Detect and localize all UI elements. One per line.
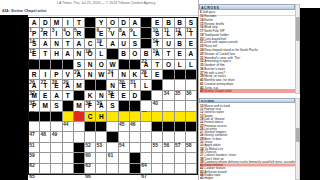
grid-cell-r4c12[interactable]: A xyxy=(152,49,163,59)
grid-cell-r15c13[interactable] xyxy=(163,164,174,174)
across-scrollbar[interactable] xyxy=(295,4,300,94)
grid-cell-r15c3[interactable] xyxy=(51,164,62,174)
cell-number: 53 xyxy=(96,133,106,139)
grid-cell-r1c7[interactable]: 6Y xyxy=(96,18,107,28)
cell-number: 59 xyxy=(29,143,39,149)
cell-number: 41 xyxy=(29,101,39,107)
grid-cell-r11c10[interactable] xyxy=(130,122,141,132)
grid-cell-r13c3[interactable] xyxy=(51,143,62,153)
grid-cell-r15c12[interactable] xyxy=(152,164,163,174)
grid-cell-r9c7[interactable]: A xyxy=(96,101,107,111)
grid-cell-r7c14[interactable]: 35 xyxy=(175,80,186,90)
grid-cell-r14c11[interactable]: 64 xyxy=(141,153,152,163)
puzzle-title-text: LA Times, Thu, Jul 25, 2024 — © 2024 Tri… xyxy=(57,1,207,5)
grid-cell-r11c1[interactable]: 47 xyxy=(29,122,40,132)
grid-cell-r3c6[interactable]: 18C xyxy=(85,39,96,49)
grid-cell-r15c8[interactable] xyxy=(107,164,118,174)
grid-cell-r4c13[interactable]: T xyxy=(163,49,174,59)
grid-cell-r7c9[interactable]: E xyxy=(119,80,130,90)
across-scrollbar-thumb[interactable] xyxy=(296,17,299,41)
grid-cell-r7c10[interactable]: I xyxy=(130,80,141,90)
cell-letter: A xyxy=(65,81,70,89)
grid-cell-r7c5[interactable]: M xyxy=(74,80,85,90)
grid-cell-r13c12[interactable] xyxy=(152,143,163,153)
grid-cell-r9c1[interactable]: 41P xyxy=(29,101,40,111)
grid-cell-r8c12[interactable]: 40 xyxy=(152,91,163,101)
across-list-header: ACROSS xyxy=(199,4,295,10)
grid-cell-r4c14[interactable]: E xyxy=(175,49,186,59)
grid-cell-r10c10[interactable]: 46 xyxy=(130,112,141,122)
grid-cell-r1c3[interactable]: 3M xyxy=(51,18,62,28)
cell-letter: L xyxy=(189,60,193,68)
black-square xyxy=(74,153,85,163)
grid-cell-r2c13[interactable]: L xyxy=(163,28,174,38)
grid-cell-r4c10[interactable]: O xyxy=(130,49,141,59)
black-square xyxy=(29,60,40,70)
grid-cell-r15c7[interactable] xyxy=(96,164,107,174)
grid-cell-r1c14[interactable]: 12B xyxy=(175,18,186,28)
grid-cell-r12c13[interactable]: 56 xyxy=(163,132,174,142)
cell-number: 28 xyxy=(52,70,62,76)
grid-cell-r4c15[interactable]: A xyxy=(186,49,197,59)
cell-letter: R xyxy=(43,29,48,37)
grid-cell-r11c11[interactable] xyxy=(141,122,152,132)
grid-cell-r12c11[interactable] xyxy=(141,132,152,142)
black-square xyxy=(85,80,96,90)
down-scrollbar[interactable] xyxy=(295,98,300,180)
cell-number: 67 xyxy=(141,164,151,170)
grid-cell-r3c7[interactable]: L xyxy=(96,39,107,49)
grid-cell-r3c10[interactable]: S xyxy=(130,39,141,49)
grid-cell-r9c3[interactable]: S xyxy=(51,101,62,111)
grid-cell-r8c14[interactable] xyxy=(175,91,186,101)
cell-letter: E xyxy=(155,71,159,79)
grid-cell-r9c2[interactable]: M xyxy=(40,101,51,111)
cell-number: 62 xyxy=(29,153,39,159)
grid-cell-r5c6[interactable]: N xyxy=(85,60,96,70)
grid-cell-r9c12[interactable] xyxy=(152,101,163,111)
grid-cell-r14c7[interactable] xyxy=(96,153,107,163)
grid-cell-r1c15[interactable]: 13S xyxy=(186,18,197,28)
cell-number: 43 xyxy=(141,101,151,107)
cell-letter: O xyxy=(99,60,104,68)
grid-cell-r13c11[interactable] xyxy=(141,143,152,153)
grid-cell-r4c4[interactable]: A xyxy=(63,49,74,59)
grid-cell-r5c14[interactable]: L xyxy=(175,60,186,70)
cell-letter: A xyxy=(77,71,82,79)
grid-cell-r4c3[interactable]: H xyxy=(51,49,62,59)
cell-letter: S xyxy=(133,39,137,47)
black-square xyxy=(107,49,118,59)
grid-cell-r7c15[interactable]: 36 xyxy=(186,80,197,90)
grid-cell-r6c1[interactable]: 26R xyxy=(29,70,40,80)
cell-number: 39 xyxy=(96,91,106,97)
grid-cell-r10c4[interactable]: 44 xyxy=(63,112,74,122)
cell-letter: R xyxy=(77,29,82,37)
grid-cell-r10c9[interactable]: 45 xyxy=(119,112,130,122)
grid-cell-r1c2[interactable]: 2D xyxy=(40,18,51,28)
crossword-app-window: LA Times, Thu, Jul 25, 2024 — © 2024 Tri… xyxy=(0,0,320,180)
cell-number: 20 xyxy=(29,49,39,55)
grid-cell-r6c5[interactable]: A xyxy=(74,70,85,80)
grid-cell-r13c2[interactable] xyxy=(40,143,51,153)
cell-number: 2 xyxy=(40,18,50,24)
grid-cell-r3c14[interactable]: B xyxy=(175,39,186,49)
grid-cell-r8c9[interactable]: E xyxy=(119,91,130,101)
cell-number: 10 xyxy=(152,18,162,24)
cell-number: 4 xyxy=(63,18,73,24)
grid-cell-r10c13[interactable] xyxy=(163,112,174,122)
cell-letter: A xyxy=(54,91,59,99)
grid-cell-r8c2[interactable]: E xyxy=(40,91,51,101)
cell-letter: O xyxy=(132,50,137,58)
grid-cell-r10c5[interactable] xyxy=(74,112,85,122)
cell-number: 40 xyxy=(152,91,162,97)
grid-cell-r14c1[interactable]: 62 xyxy=(29,153,40,163)
grid-cell-r10c8[interactable] xyxy=(107,112,118,122)
grid-cell-r2c15[interactable]: T xyxy=(186,28,197,38)
black-square xyxy=(74,91,85,101)
grid-cell-r3c2[interactable]: A xyxy=(40,39,51,49)
cell-letter: A xyxy=(77,39,82,47)
black-square xyxy=(51,112,62,122)
cell-number: 5 xyxy=(74,18,84,24)
cell-letter: A xyxy=(43,39,48,47)
cell-letter: I xyxy=(134,81,136,89)
grid-cell-r10c12[interactable] xyxy=(152,112,163,122)
cell-number: 8 xyxy=(119,18,129,24)
grid-cell-r8c4[interactable]: T xyxy=(63,91,74,101)
grid-cell-r13c15[interactable] xyxy=(186,143,197,153)
black-square xyxy=(141,18,152,28)
grid-cell-r13c4[interactable] xyxy=(63,143,74,153)
cell-number: 37 xyxy=(29,91,39,97)
current-clue-text: 43A: Sistine Chapel artist xyxy=(2,8,62,13)
grid-cell-r15c14[interactable] xyxy=(175,164,186,174)
grid-cell-r11c8[interactable]: 50 xyxy=(107,122,118,132)
grid-cell-r4c5[interactable]: N xyxy=(74,49,85,59)
black-square xyxy=(96,80,107,90)
cell-letter: A xyxy=(65,50,70,58)
grid-cell-r12c7[interactable]: 53 xyxy=(96,132,107,142)
grid-cell-r8c15[interactable] xyxy=(186,91,197,101)
grid-cell-r12c6[interactable]: 52 xyxy=(85,132,96,142)
cell-letter: L xyxy=(99,50,103,58)
black-square xyxy=(63,60,74,70)
cell-letter: L xyxy=(133,29,137,37)
grid-cell-r13c14[interactable] xyxy=(175,143,186,153)
cell-letter: V xyxy=(110,29,114,37)
cell-letter: M xyxy=(76,81,81,89)
grid-cell-r6c3[interactable]: 28P xyxy=(51,70,62,80)
grid-cell-r11c9[interactable] xyxy=(119,122,130,132)
grid-cell-r8c13[interactable] xyxy=(163,91,174,101)
grid-cell-r15c6[interactable]: 66 xyxy=(85,164,96,174)
down-scrollbar-thumb[interactable] xyxy=(296,128,299,142)
black-square xyxy=(63,101,74,111)
black-square xyxy=(74,143,85,153)
grid-cell-r15c1[interactable]: 65 xyxy=(29,164,40,174)
grid-cell-r13c13[interactable] xyxy=(163,143,174,153)
cell-letter: E xyxy=(178,50,182,58)
grid-cell-r2c12[interactable]: 16S xyxy=(152,28,163,38)
grid-cell-r3c4[interactable]: T xyxy=(63,39,74,49)
grid-cell-r12c2[interactable] xyxy=(40,132,51,142)
grid-cell-r15c11[interactable]: 67 xyxy=(141,164,152,174)
across-clue-list[interactable]: 6Jedi guru10Recedes14Earlier15Review, br… xyxy=(200,10,295,97)
cell-number: 26 xyxy=(29,70,39,76)
grid-cell-r13c8[interactable]: 61 xyxy=(107,143,118,153)
cell-letter: I xyxy=(56,29,58,37)
grid-cell-r3c13[interactable]: U xyxy=(163,39,174,49)
grid-cell-r10c15[interactable] xyxy=(186,112,197,122)
grid-cell-r2c7[interactable]: 15E xyxy=(96,28,107,38)
grid-cell-r9c11[interactable]: 43 xyxy=(141,101,152,111)
black-square xyxy=(130,164,141,174)
grid-cell-r5c15[interactable]: L xyxy=(186,60,197,70)
cell-number: 25 xyxy=(141,60,151,66)
grid-cell-r9c8[interactable]: S xyxy=(107,101,118,111)
cell-number: 14 xyxy=(29,29,39,35)
black-square xyxy=(163,122,174,132)
grid-cell-r14c8[interactable] xyxy=(107,153,118,163)
black-square xyxy=(130,153,141,163)
grid-cell-r7c4[interactable]: A xyxy=(63,80,74,90)
cell-number: 3 xyxy=(52,18,62,24)
grid-cell-r3c1[interactable]: 17S xyxy=(29,39,40,49)
grid-cell-r14c15[interactable] xyxy=(186,153,197,163)
grid-cell-r6c9[interactable]: 30N xyxy=(119,70,130,80)
cell-letter: E xyxy=(189,39,193,47)
grid-cell-r3c8[interactable]: A xyxy=(107,39,118,49)
grid-cell-r1c4[interactable]: 4I xyxy=(63,18,74,28)
grid-cell-r9c14[interactable] xyxy=(175,101,186,111)
cell-number: 65 xyxy=(29,164,39,170)
grid-cell-r4c6[interactable]: O xyxy=(85,49,96,59)
grid-cell-r6c11[interactable]: L xyxy=(141,70,152,80)
cell-number: 29 xyxy=(63,70,73,76)
grid-cell-r3c9[interactable]: U xyxy=(119,39,130,49)
grid-cell-r12c3[interactable] xyxy=(51,132,62,142)
down-clue-list[interactable]: 10Manor and its land11Popeye rival12Gene… xyxy=(200,104,295,180)
cell-number: 52 xyxy=(85,133,95,139)
black-square xyxy=(119,60,130,70)
cell-letter: T xyxy=(66,91,70,99)
grid-cell-r3c12[interactable]: 19T xyxy=(152,39,163,49)
grid-cell-r8c1[interactable]: 37M xyxy=(29,91,40,101)
cell-number: 42 xyxy=(74,101,84,107)
black-square xyxy=(163,70,174,80)
cell-number: 23 xyxy=(74,60,84,66)
grid-cell-r2c8[interactable]: V xyxy=(107,28,118,38)
cell-letter: N xyxy=(77,50,82,58)
cell-number: 33 xyxy=(108,81,118,87)
crossword-grid[interactable]: 1A2D3M4I5T6Y7O8D9A10E11B12B13S14PRIOR15E… xyxy=(28,17,198,175)
grid-cell-r8c3[interactable]: A xyxy=(51,91,62,101)
grid-cell-r1c5[interactable]: 5T xyxy=(74,18,85,28)
grid-cell-r4c7[interactable]: L xyxy=(96,49,107,59)
grid-cell-r1c8[interactable]: 7O xyxy=(107,18,118,28)
cell-number: 49 xyxy=(52,122,62,128)
cell-letter: L xyxy=(178,60,182,68)
grid-cell-r9c15[interactable] xyxy=(186,101,197,111)
grid-cell-r15c2[interactable] xyxy=(40,164,51,174)
grid-cell-r13c9[interactable] xyxy=(119,143,130,153)
grid-cell-r6c12[interactable]: E xyxy=(152,70,163,80)
cell-letter: W xyxy=(98,71,104,79)
grid-cell-r1c12[interactable]: 10E xyxy=(152,18,163,28)
cell-letter: O xyxy=(65,29,70,37)
grid-cell-r9c5[interactable]: 42M xyxy=(74,101,85,111)
grid-cell-r7c3[interactable]: E xyxy=(51,80,62,90)
grid-cell-r4c9[interactable]: 21B xyxy=(119,49,130,59)
grid-cell-r7c1[interactable]: 32A xyxy=(29,80,40,90)
grid-cell-r11c3[interactable]: 49 xyxy=(51,122,62,132)
cell-number: 12 xyxy=(175,18,185,24)
black-square xyxy=(40,60,51,70)
grid-cell-r2c5[interactable]: R xyxy=(74,28,85,38)
cell-letter: A xyxy=(99,102,104,110)
grid-cell-r9c6[interactable]: F xyxy=(85,101,96,111)
cell-number: 15 xyxy=(96,29,106,35)
grid-cell-r15c4[interactable] xyxy=(63,164,74,174)
clue-item-45D[interactable]: 45Helper xyxy=(200,177,295,180)
grid-cell-r14c13[interactable] xyxy=(163,153,174,163)
grid-cell-r1c13[interactable]: 11B xyxy=(163,18,174,28)
grid-cell-r14c12[interactable] xyxy=(152,153,163,163)
grid-cell-r2c4[interactable]: O xyxy=(63,28,74,38)
grid-cell-r14c9[interactable] xyxy=(119,153,130,163)
grid-cell-r12c9[interactable]: 54 xyxy=(119,132,130,142)
grid-cell-r12c14[interactable]: 57 xyxy=(175,132,186,142)
grid-cell-r14c14[interactable] xyxy=(175,153,186,163)
grid-cell-r7c2[interactable]: T xyxy=(40,80,51,90)
cell-letter: M xyxy=(43,102,48,110)
grid-cell-r13c6[interactable]: 60 xyxy=(85,143,96,153)
grid-cell-r14c4[interactable] xyxy=(63,153,74,163)
grid-cell-r2c9[interactable]: A xyxy=(119,28,130,38)
black-square xyxy=(175,70,186,80)
black-square xyxy=(130,101,141,111)
grid-cell-r11c4[interactable] xyxy=(63,122,74,132)
active-clue-item-43A[interactable]: 43Sistine Chapel artist xyxy=(200,90,295,94)
grid-cell-r2c3[interactable]: I xyxy=(51,28,62,38)
grid-cell-r8c6[interactable]: 38K xyxy=(85,91,96,101)
grid-cell-r3c3[interactable]: N xyxy=(51,39,62,49)
grid-cell-r3c5[interactable]: A xyxy=(74,39,85,49)
cell-number: 6 xyxy=(96,18,106,24)
cell-letter: T xyxy=(167,50,171,58)
cell-letter: D xyxy=(133,91,138,99)
cell-number: 19 xyxy=(152,39,162,45)
cell-number: 35 xyxy=(175,81,185,87)
grid-cell-r12c1[interactable]: 51 xyxy=(29,132,40,142)
grid-cell-r12c12[interactable]: 55 xyxy=(152,132,163,142)
grid-cell-r10c6[interactable]: C xyxy=(85,112,96,122)
grid-cell-r2c2[interactable]: R xyxy=(40,28,51,38)
grid-cell-r14c2[interactable] xyxy=(40,153,51,163)
grid-cell-r10c7[interactable]: H xyxy=(96,112,107,122)
black-square xyxy=(51,60,62,70)
grid-cell-r8c8[interactable]: E xyxy=(107,91,118,101)
down-header-label: DOWN xyxy=(200,99,247,104)
grid-cell-r12c10[interactable] xyxy=(130,132,141,142)
grid-cell-r14c3[interactable] xyxy=(51,153,62,163)
grid-cell-r14c6[interactable]: 63 xyxy=(85,153,96,163)
grid-cell-r5c7[interactable]: O xyxy=(96,60,107,70)
grid-cell-r12c15[interactable]: 58 xyxy=(186,132,197,142)
cell-number: 18 xyxy=(85,39,95,45)
grid-cell-r6c4[interactable]: 29V xyxy=(63,70,74,80)
grid-cell-r8c7[interactable]: 39N xyxy=(96,91,107,101)
cell-number: 27 xyxy=(40,70,50,76)
grid-cell-r2c10[interactable]: L xyxy=(130,28,141,38)
grid-cell-r11c2[interactable]: 48 xyxy=(40,122,51,132)
grid-cell-r2c14[interactable]: A xyxy=(175,28,186,38)
grid-cell-r5c12[interactable]: T xyxy=(152,60,163,70)
grid-cell-r7c8[interactable]: 33N xyxy=(107,80,118,90)
black-square xyxy=(141,28,152,38)
grid-cell-r15c15[interactable] xyxy=(186,164,197,174)
grid-cell-r15c9[interactable] xyxy=(119,164,130,174)
grid-cell-r5c8[interactable]: 24W xyxy=(107,60,118,70)
cell-number: 44 xyxy=(63,112,73,118)
grid-cell-r1c9[interactable]: 8D xyxy=(119,18,130,28)
grid-cell-r4c11[interactable]: 22B xyxy=(141,49,152,59)
cell-number: 24 xyxy=(108,60,118,66)
grid-cell-r6c7[interactable]: W xyxy=(96,70,107,80)
cell-number: 34 xyxy=(164,81,174,87)
grid-cell-r12c4[interactable] xyxy=(63,132,74,142)
cell-number: 47 xyxy=(29,122,39,128)
grid-cell-r8c10[interactable]: D xyxy=(130,91,141,101)
cell-letter: T xyxy=(43,50,47,58)
grid-cell-r3c15[interactable]: E xyxy=(186,39,197,49)
grid-cell-r13c7[interactable] xyxy=(96,143,107,153)
cell-letter: E xyxy=(110,91,114,99)
grid-cell-r7c13[interactable]: 34 xyxy=(163,80,174,90)
cell-letter: E xyxy=(43,91,47,99)
cell-letter: F xyxy=(88,102,92,110)
grid-cell-r2c1[interactable]: 14P xyxy=(29,28,40,38)
grid-cell-r7c11[interactable]: L xyxy=(141,80,152,90)
grid-cell-r10c14[interactable] xyxy=(175,112,186,122)
grid-cell-r5c11[interactable]: 25A xyxy=(141,60,152,70)
grid-cell-r5c13[interactable]: O xyxy=(163,60,174,70)
grid-cell-r6c10[interactable]: 31K xyxy=(130,70,141,80)
grid-cell-r13c10[interactable] xyxy=(130,143,141,153)
grid-cell-r4c2[interactable]: T xyxy=(40,49,51,59)
cell-letter: A xyxy=(189,50,194,58)
grid-cell-r5c5[interactable]: 23S xyxy=(74,60,85,70)
grid-cell-r6c2[interactable]: 27I xyxy=(40,70,51,80)
grid-cell-r4c1[interactable]: 20E xyxy=(29,49,40,59)
black-square xyxy=(40,112,51,122)
cell-letter: L xyxy=(144,71,148,79)
grid-cell-r10c11[interactable] xyxy=(141,112,152,122)
grid-cell-r6c8[interactable]: I xyxy=(107,70,118,80)
grid-cell-r1c10[interactable]: 9A xyxy=(130,18,141,28)
grid-cell-r9c13[interactable] xyxy=(163,101,174,111)
cell-number: 60 xyxy=(85,143,95,149)
grid-cell-r12c5[interactable] xyxy=(74,132,85,142)
cell-number: 55 xyxy=(152,133,162,139)
cell-letter: E xyxy=(54,81,58,89)
grid-cell-r6c6[interactable]: N xyxy=(85,70,96,80)
grid-cell-r13c1[interactable]: 59 xyxy=(29,143,40,153)
grid-cell-r11c5[interactable] xyxy=(74,122,85,132)
grid-cell-r1c1[interactable]: 1A xyxy=(29,18,40,28)
